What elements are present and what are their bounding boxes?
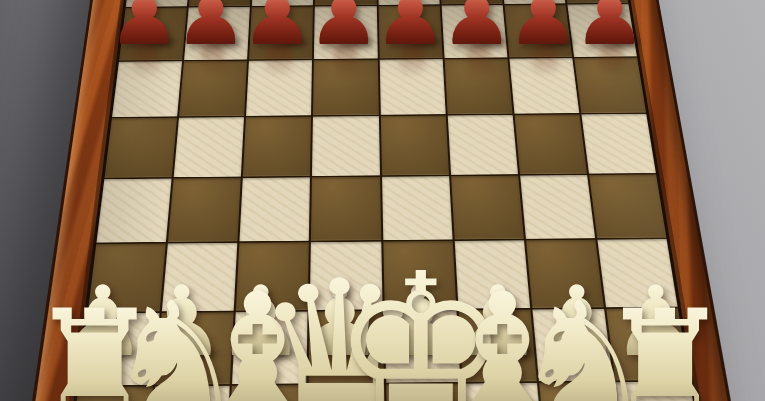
square-c6[interactable] <box>246 60 312 116</box>
square-g4[interactable] <box>520 175 595 239</box>
piece-black-pawn-g7[interactable]: ♟ <box>507 0 580 56</box>
square-e6[interactable] <box>379 59 445 115</box>
square-h4[interactable] <box>589 174 666 238</box>
piece-black-pawn-c7[interactable]: ♟ <box>241 0 314 56</box>
piece-white-rook-h1[interactable]: ♜ <box>598 290 733 401</box>
square-a5[interactable] <box>105 118 178 178</box>
piece-black-pawn-f7[interactable]: ♟ <box>440 0 513 56</box>
square-h6[interactable] <box>574 57 646 113</box>
piece-black-pawn-b7[interactable]: ♟ <box>174 0 247 56</box>
square-a4[interactable] <box>96 179 171 243</box>
piece-black-pawn-a7[interactable]: ♟ <box>108 0 181 56</box>
square-a6[interactable] <box>112 61 182 117</box>
square-c4[interactable] <box>240 177 311 241</box>
square-f6[interactable] <box>444 58 512 114</box>
square-g6[interactable] <box>509 58 579 114</box>
square-b5[interactable] <box>174 117 244 177</box>
piece-black-pawn-h7[interactable]: ♟ <box>573 0 646 56</box>
square-g5[interactable] <box>514 115 586 175</box>
chess-game-window: ♜♞♝♛♚♝♞♜♟♟♟♟♟♟♟♟♟♟♟♟♟♟♟♟♜♞♝♛♚♝♞♜ <box>0 0 765 401</box>
piece-black-pawn-e7[interactable]: ♟ <box>374 0 447 56</box>
square-c5[interactable] <box>243 117 311 177</box>
square-e5[interactable] <box>380 116 448 176</box>
square-h5[interactable] <box>581 114 656 174</box>
square-b4[interactable] <box>168 178 241 242</box>
piece-black-pawn-d7[interactable]: ♟ <box>307 0 380 56</box>
square-f5[interactable] <box>447 115 517 175</box>
square-d5[interactable] <box>312 116 379 176</box>
square-d6[interactable] <box>313 59 378 115</box>
square-b6[interactable] <box>179 60 247 116</box>
